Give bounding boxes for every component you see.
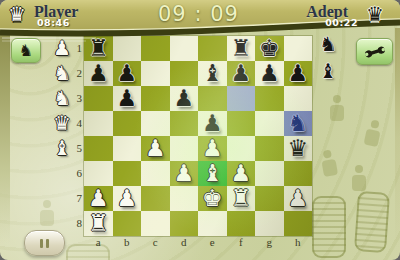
square-a2[interactable]: ♟ [84, 61, 113, 86]
square-f6[interactable]: ♟ [227, 161, 256, 186]
square-e4[interactable]: ♟ [198, 111, 227, 136]
square-b6[interactable] [113, 161, 142, 186]
file-labels: abcdefgh [84, 236, 312, 249]
rank-label-2: 2 [70, 61, 82, 86]
square-b7[interactable]: ♟ [113, 186, 142, 211]
piece-bp-g2[interactable]: ♟ [255, 61, 284, 86]
file-label-h: h [284, 236, 313, 249]
hieroglyph-figure [40, 200, 54, 227]
left-edge-shade [0, 28, 10, 243]
hieroglyph-cartouche [312, 196, 346, 258]
right-edge-shade [395, 28, 400, 248]
square-h6[interactable] [284, 161, 313, 186]
square-b8[interactable] [113, 211, 142, 236]
rank-label-8: 8 [70, 211, 82, 236]
square-e8[interactable] [198, 211, 227, 236]
square-g8[interactable] [255, 211, 284, 236]
rank-label-3: 3 [70, 86, 82, 111]
captured-wn: ♞ [53, 61, 71, 86]
square-c6[interactable] [141, 161, 170, 186]
hieroglyph-figure [330, 95, 344, 122]
square-g6[interactable] [255, 161, 284, 186]
chess-board: ♜♜♚♟♟♝♟♟♟♟♟♟♞♟♟♛♟♝♟♟♟♚♜♟♜ [84, 36, 312, 236]
chess-app-screen: ♛ Player 08:46 09 : 09 Adept ♛ 00:22 ♞ ♟… [0, 0, 400, 260]
square-g7[interactable] [255, 186, 284, 211]
wrench-icon [363, 44, 387, 60]
piece-wp-f6[interactable]: ♟ [227, 161, 256, 186]
square-a7[interactable]: ♟ [84, 186, 113, 211]
hieroglyph-figure [363, 119, 382, 148]
square-h7[interactable]: ♟ [284, 186, 313, 211]
square-b3[interactable]: ♟ [113, 86, 142, 111]
square-f8[interactable] [227, 211, 256, 236]
square-h3[interactable] [284, 86, 313, 111]
piece-wp-h7[interactable]: ♟ [284, 186, 313, 211]
file-label-f: f [227, 236, 256, 249]
captured-wn: ♞ [53, 86, 71, 111]
piece-bb-e2[interactable]: ♝ [198, 61, 227, 86]
square-b4[interactable] [113, 111, 142, 136]
piece-bp-b2[interactable]: ♟ [113, 61, 142, 86]
hieroglyph-figure [320, 149, 338, 178]
hieroglyph-cartouche [354, 191, 390, 253]
piece-wp-b7[interactable]: ♟ [113, 186, 142, 211]
square-f2[interactable]: ♟ [227, 61, 256, 86]
piece-wr-a8[interactable]: ♜ [84, 211, 113, 236]
square-a3[interactable] [84, 86, 113, 111]
piece-bp-f2[interactable]: ♟ [227, 61, 256, 86]
square-g5[interactable] [255, 136, 284, 161]
right-player-clock: 00:22 [325, 17, 358, 28]
file-label-g: g [255, 236, 284, 249]
piece-wp-a7[interactable]: ♟ [84, 186, 113, 211]
square-e2[interactable]: ♝ [198, 61, 227, 86]
square-b2[interactable]: ♟ [113, 61, 142, 86]
square-h4[interactable]: ♞ [284, 111, 313, 136]
settings-button[interactable] [356, 38, 393, 65]
square-e5[interactable]: ♟ [198, 136, 227, 161]
black-queen-icon: ♛ [366, 4, 384, 24]
square-f7[interactable]: ♜ [227, 186, 256, 211]
white-queen-icon: ♛ [8, 4, 26, 24]
square-d2[interactable] [170, 61, 199, 86]
square-d6[interactable]: ♟ [170, 161, 199, 186]
square-a6[interactable] [84, 161, 113, 186]
square-d8[interactable] [170, 211, 199, 236]
piece-bp-d3[interactable]: ♟ [170, 86, 199, 111]
piece-bp-a2[interactable]: ♟ [84, 61, 113, 86]
square-e3[interactable] [198, 86, 227, 111]
piece-bn-h4[interactable]: ♞ [284, 111, 313, 136]
square-h8[interactable] [284, 211, 313, 236]
square-c2[interactable] [141, 61, 170, 86]
square-f5[interactable] [227, 136, 256, 161]
square-a5[interactable] [84, 136, 113, 161]
piece-wp-e5[interactable]: ♟ [198, 136, 227, 161]
square-g3[interactable] [255, 86, 284, 111]
piece-wk-e7[interactable]: ♚ [198, 186, 227, 211]
square-a8[interactable]: ♜ [84, 211, 113, 236]
piece-bp-e4[interactable]: ♟ [198, 111, 227, 136]
square-f3[interactable] [227, 86, 256, 111]
square-c8[interactable] [141, 211, 170, 236]
piece-bp-b3[interactable]: ♟ [113, 86, 142, 111]
piece-wb-e6[interactable]: ♝ [198, 161, 227, 186]
square-a4[interactable] [84, 111, 113, 136]
captured-bb: ♝ [319, 58, 337, 85]
file-label-e: e [198, 236, 227, 249]
piece-wp-d6[interactable]: ♟ [170, 161, 199, 186]
rank-label-4: 4 [70, 111, 82, 136]
file-label-c: c [141, 236, 170, 249]
square-b5[interactable] [113, 136, 142, 161]
square-d3[interactable]: ♟ [170, 86, 199, 111]
piece-bq-h5[interactable]: ♛ [284, 136, 313, 161]
square-d7[interactable] [170, 186, 199, 211]
square-c4[interactable] [141, 111, 170, 136]
piece-wp-c5[interactable]: ♟ [141, 136, 170, 161]
captured-wb: ♝ [53, 136, 71, 161]
knight-icon: ♞ [19, 43, 33, 59]
square-d4[interactable] [170, 111, 199, 136]
square-g4[interactable] [255, 111, 284, 136]
file-label-a: a [84, 236, 113, 249]
captured-wq: ♛ [53, 111, 71, 136]
pause-icon [40, 239, 49, 248]
square-e7[interactable]: ♚ [198, 186, 227, 211]
square-e6[interactable]: ♝ [198, 161, 227, 186]
rank-label-6: 6 [70, 161, 82, 186]
square-c7[interactable] [141, 186, 170, 211]
rank-label-7: 7 [70, 186, 82, 211]
square-g2[interactable]: ♟ [255, 61, 284, 86]
square-c3[interactable] [141, 86, 170, 111]
square-d5[interactable] [170, 136, 199, 161]
rank-label-5: 5 [70, 136, 82, 161]
square-h5[interactable]: ♛ [284, 136, 313, 161]
piece-wr-f7[interactable]: ♜ [227, 186, 256, 211]
left-player-clock: 08:46 [37, 17, 70, 28]
hieroglyph-figure [352, 165, 366, 192]
rank-labels: 12345678 [70, 36, 82, 236]
file-label-d: d [170, 236, 199, 249]
file-label-b: b [113, 236, 142, 249]
main-game-clock: 09 : 09 [158, 2, 239, 26]
hint-button[interactable]: ♞ [11, 38, 41, 63]
square-h2[interactable]: ♟ [284, 61, 313, 86]
square-c5[interactable]: ♟ [141, 136, 170, 161]
pause-button[interactable] [24, 230, 65, 256]
piece-bp-h2[interactable]: ♟ [284, 61, 313, 86]
square-f4[interactable] [227, 111, 256, 136]
